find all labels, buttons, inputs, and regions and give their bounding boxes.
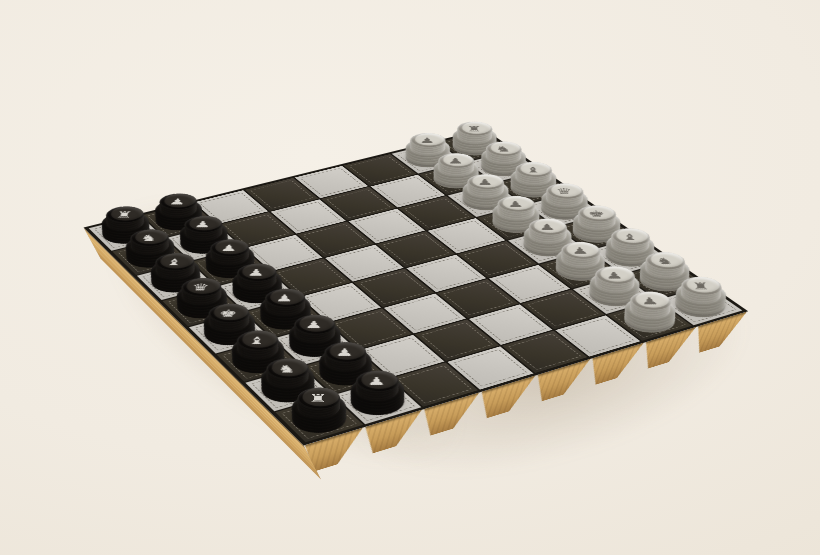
white-king-glyph: ♚ (588, 210, 606, 218)
black-pawn-glyph: ♟ (305, 320, 324, 330)
black-pawn-glyph: ♟ (248, 268, 266, 277)
black-bishop-glyph: ♝ (165, 258, 184, 267)
white-pawn-glyph: ♟ (477, 178, 494, 186)
black-pawn-glyph: ♟ (276, 293, 295, 303)
white-pawn-glyph: ♟ (420, 137, 436, 144)
white-pawn-glyph: ♟ (572, 246, 590, 255)
white-pawn-glyph: ♟ (641, 296, 661, 306)
white-pawn-glyph: ♟ (606, 271, 625, 280)
black-pawn-glyph: ♟ (220, 244, 238, 253)
white-rook-glyph: ♜ (467, 125, 483, 132)
board-grid: ♜♞♝♛♚♝♞♜♟♟♟♟♟♟♟♟♟♟♟♟♟♟♟♟♜♞♝♛♚♝♞♜ (84, 129, 749, 445)
photo-scene: ♜♞♝♛♚♝♞♜♟♟♟♟♟♟♟♟♟♟♟♟♟♟♟♟♜♞♝♛♚♝♞♜ (0, 0, 820, 555)
black-pawn-glyph: ♟ (194, 220, 212, 228)
black-pawn-glyph: ♟ (368, 376, 387, 387)
black-pawn-glyph: ♟ (336, 347, 355, 357)
black-knight-glyph: ♞ (278, 364, 298, 375)
white-knight-glyph: ♞ (656, 257, 675, 266)
square-stitching (330, 247, 398, 279)
black-rook-glyph: ♜ (116, 210, 135, 218)
chess-board: ♜♞♝♛♚♝♞♜♟♟♟♟♟♟♟♟♟♟♟♟♟♟♟♟♜♞♝♛♚♝♞♜ (84, 129, 749, 445)
black-pawn-glyph: ♟ (169, 198, 187, 206)
black-knight-glyph: ♞ (140, 234, 159, 243)
black-queen-glyph: ♛ (192, 283, 211, 292)
white-knight-glyph: ♞ (496, 145, 512, 152)
black-king-glyph: ♚ (219, 308, 238, 318)
white-queen-glyph: ♛ (556, 187, 573, 195)
black-rook-glyph: ♜ (309, 393, 329, 404)
white-bishop-glyph: ♝ (525, 166, 542, 174)
white-pawn-glyph: ♟ (539, 223, 557, 232)
white-bishop-glyph: ♝ (621, 233, 640, 242)
black-bishop-glyph: ♝ (248, 335, 267, 345)
white-pawn-glyph: ♟ (508, 200, 525, 208)
white-pawn-glyph: ♟ (448, 157, 464, 165)
white-rook-glyph: ♜ (692, 281, 712, 290)
